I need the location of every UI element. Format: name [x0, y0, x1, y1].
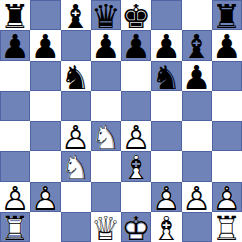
square-f2[interactable]: ♟♙	[151, 182, 181, 212]
square-h1[interactable]: ♜♖	[212, 212, 242, 242]
piece-outline-layer: ♖	[212, 212, 242, 242]
square-b8[interactable]	[30, 0, 60, 30]
square-b2[interactable]: ♟♙	[30, 182, 60, 212]
square-h6[interactable]	[212, 61, 242, 91]
piece-glyph: ♞	[61, 61, 91, 94]
square-d2[interactable]	[91, 182, 121, 212]
piece-black-pawn[interactable]: ♟	[182, 61, 212, 91]
square-d7[interactable]: ♟	[91, 30, 121, 60]
square-h2[interactable]: ♟♙	[212, 182, 242, 212]
square-b1[interactable]	[30, 212, 60, 242]
piece-white-king[interactable]: ♚♔	[121, 212, 151, 242]
square-a3[interactable]	[0, 151, 30, 181]
piece-glyph: ♟	[31, 30, 61, 63]
square-d5[interactable]	[91, 91, 121, 121]
piece-glyph: ♝	[61, 0, 91, 33]
piece-glyph: ♟	[121, 30, 151, 63]
piece-glyph: ♟	[0, 30, 30, 63]
square-g3[interactable]	[182, 151, 212, 181]
square-e7[interactable]: ♟	[121, 30, 151, 60]
piece-white-pawn[interactable]: ♟♙	[61, 121, 91, 151]
square-d8[interactable]: ♛	[91, 0, 121, 30]
piece-white-rook[interactable]: ♜♖	[0, 212, 30, 242]
piece-white-knight[interactable]: ♞♘	[91, 121, 121, 151]
square-a7[interactable]: ♟	[0, 30, 30, 60]
square-a6[interactable]	[0, 61, 30, 91]
square-d6[interactable]	[91, 61, 121, 91]
square-g6[interactable]: ♟	[182, 61, 212, 91]
piece-white-pawn[interactable]: ♟♙	[121, 121, 151, 151]
square-g8[interactable]	[182, 0, 212, 30]
square-h4[interactable]	[212, 121, 242, 151]
piece-black-rook[interactable]: ♜	[0, 0, 30, 30]
square-b3[interactable]	[30, 151, 60, 181]
square-g4[interactable]	[182, 121, 212, 151]
square-d3[interactable]	[91, 151, 121, 181]
piece-black-bishop[interactable]: ♝	[182, 30, 212, 60]
square-f1[interactable]: ♝♗	[151, 212, 181, 242]
piece-glyph: ♟	[212, 30, 242, 63]
square-c8[interactable]: ♝	[61, 0, 91, 30]
square-c6[interactable]: ♞	[61, 61, 91, 91]
piece-white-pawn[interactable]: ♟♙	[151, 182, 181, 212]
piece-glyph: ♟	[182, 61, 212, 94]
square-h5[interactable]	[212, 91, 242, 121]
square-d4[interactable]: ♞♘	[91, 121, 121, 151]
piece-glyph: ♞	[152, 61, 182, 94]
square-h7[interactable]: ♟	[212, 30, 242, 60]
piece-outline-layer: ♘	[91, 121, 121, 154]
piece-glyph: ♟	[91, 30, 121, 63]
square-c5[interactable]	[61, 91, 91, 121]
square-b7[interactable]: ♟	[30, 30, 60, 60]
square-f8[interactable]	[151, 0, 181, 30]
square-e8[interactable]: ♚	[121, 0, 151, 30]
square-e3[interactable]: ♝♗	[121, 151, 151, 181]
square-e2[interactable]	[121, 182, 151, 212]
square-b4[interactable]	[30, 121, 60, 151]
square-f5[interactable]	[151, 91, 181, 121]
piece-outline-layer: ♗	[121, 151, 151, 184]
square-e4[interactable]: ♟♙	[121, 121, 151, 151]
piece-white-queen[interactable]: ♛♕	[91, 212, 121, 242]
square-a5[interactable]	[0, 91, 30, 121]
piece-black-pawn[interactable]: ♟	[151, 30, 181, 60]
piece-white-pawn[interactable]: ♟♙	[182, 182, 212, 212]
square-g1[interactable]	[182, 212, 212, 242]
piece-black-pawn[interactable]: ♟	[91, 30, 121, 60]
square-h3[interactable]	[212, 151, 242, 181]
square-a4[interactable]	[0, 121, 30, 151]
square-a2[interactable]: ♟♙	[0, 182, 30, 212]
square-c1[interactable]	[61, 212, 91, 242]
square-e5[interactable]	[121, 91, 151, 121]
square-g2[interactable]: ♟♙	[182, 182, 212, 212]
piece-black-pawn[interactable]: ♟	[0, 30, 30, 60]
square-e6[interactable]	[121, 61, 151, 91]
piece-black-pawn[interactable]: ♟	[212, 30, 242, 60]
piece-black-pawn[interactable]: ♟	[121, 30, 151, 60]
piece-black-queen[interactable]: ♛	[91, 0, 121, 30]
piece-white-knight[interactable]: ♞♘	[61, 151, 91, 181]
square-a1[interactable]: ♜♖	[0, 212, 30, 242]
piece-black-pawn[interactable]: ♟	[30, 30, 60, 60]
square-c4[interactable]: ♟♙	[61, 121, 91, 151]
piece-outline-layer: ♔	[121, 212, 151, 242]
piece-black-rook[interactable]: ♜	[212, 0, 242, 30]
piece-black-bishop[interactable]: ♝	[61, 0, 91, 30]
square-c3[interactable]: ♞♘	[61, 151, 91, 181]
square-d1[interactable]: ♛♕	[91, 212, 121, 242]
piece-black-knight[interactable]: ♞	[61, 61, 91, 91]
piece-white-pawn[interactable]: ♟♙	[0, 182, 30, 212]
square-b5[interactable]	[30, 91, 60, 121]
square-g7[interactable]: ♝	[182, 30, 212, 60]
piece-white-bishop[interactable]: ♝♗	[121, 151, 151, 181]
piece-outline-layer: ♗	[152, 212, 182, 242]
chess-board: ♜♝♛♚♜♟♟♟♟♟♝♟♞♞♟♟♙♞♘♟♙♞♘♝♗♟♙♟♙♟♙♟♙♟♙♜♖♛♕♚…	[0, 0, 242, 242]
piece-outline-layer: ♙	[182, 182, 212, 215]
square-e1[interactable]: ♚♔	[121, 212, 151, 242]
square-h8[interactable]: ♜	[212, 0, 242, 30]
square-g5[interactable]	[182, 91, 212, 121]
piece-outline-layer: ♖	[0, 212, 30, 242]
square-f7[interactable]: ♟	[151, 30, 181, 60]
piece-outline-layer: ♘	[61, 151, 91, 184]
square-c2[interactable]	[61, 182, 91, 212]
piece-outline-layer: ♕	[91, 212, 121, 242]
piece-black-king[interactable]: ♚	[121, 0, 151, 30]
piece-white-pawn[interactable]: ♟♙	[30, 182, 60, 212]
square-a8[interactable]: ♜	[0, 0, 30, 30]
square-f3[interactable]	[151, 151, 181, 181]
piece-white-rook[interactable]: ♜♖	[212, 212, 242, 242]
piece-outline-layer: ♙	[31, 182, 61, 215]
piece-black-knight[interactable]: ♞	[151, 61, 181, 91]
square-c7[interactable]	[61, 30, 91, 60]
square-f4[interactable]	[151, 121, 181, 151]
piece-white-bishop[interactable]: ♝♗	[151, 212, 181, 242]
square-b6[interactable]	[30, 61, 60, 91]
piece-white-pawn[interactable]: ♟♙	[212, 182, 242, 212]
square-f6[interactable]: ♞	[151, 61, 181, 91]
